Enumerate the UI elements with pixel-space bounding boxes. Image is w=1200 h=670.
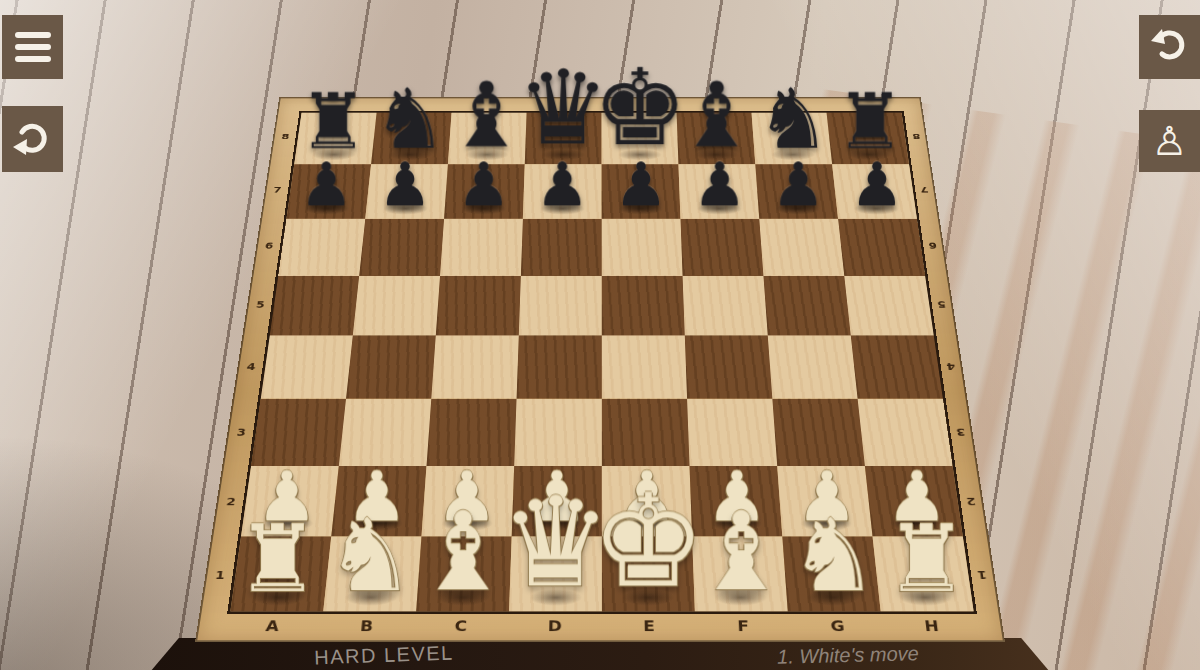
piece-black-bishop[interactable]: ♝: [676, 71, 756, 161]
file-label-d: D: [508, 618, 602, 635]
hamburger-menu-icon: [13, 29, 53, 65]
square-a4[interactable]: [261, 335, 353, 398]
square-c7[interactable]: ♟: [444, 164, 525, 218]
file-label-f: F: [696, 618, 791, 635]
piece-black-pawn[interactable]: ♟: [771, 154, 825, 214]
square-c6[interactable]: [440, 218, 523, 275]
piece-black-pawn[interactable]: ♟: [299, 154, 353, 214]
rank-label-right-3: 3: [948, 426, 974, 437]
undo-move-icon: [1148, 25, 1192, 69]
rank-label-left-5: 5: [248, 299, 272, 309]
square-b7[interactable]: ♟: [365, 164, 448, 218]
rank-label-right-1: 1: [968, 568, 995, 581]
square-a5[interactable]: [270, 275, 359, 335]
square-b5[interactable]: [353, 275, 440, 335]
rank-label-left-8: 8: [274, 132, 296, 141]
square-h5[interactable]: [844, 275, 934, 335]
chess-app-screen: ♜♞♝♛♚♝♞♜♟♟♟♟♟♟♟♟♟♟♟♟♟♟♟♟♜♞♝♛♚♝♞♜ 8765432…: [0, 0, 1200, 670]
piece-white-bishop[interactable]: ♝: [692, 497, 789, 605]
square-g6[interactable]: [759, 218, 844, 275]
square-g5[interactable]: [763, 275, 850, 335]
menu-button[interactable]: [2, 15, 63, 79]
piece-white-bishop[interactable]: ♝: [414, 497, 511, 605]
rank-label-left-7: 7: [266, 185, 289, 194]
square-h6[interactable]: [838, 218, 925, 275]
piece-white-knight[interactable]: ♞: [789, 505, 879, 606]
piece-black-pawn[interactable]: ♟: [693, 154, 747, 214]
player-profile-button[interactable]: ♙: [1139, 110, 1200, 172]
square-d7[interactable]: ♟: [523, 164, 602, 218]
piece-black-pawn[interactable]: ♟: [535, 154, 589, 214]
rotate-board-button[interactable]: [2, 106, 63, 172]
square-a6[interactable]: [278, 218, 365, 275]
piece-black-pawn[interactable]: ♟: [378, 154, 432, 214]
file-label-a: A: [224, 618, 320, 635]
piece-white-rook[interactable]: ♜: [885, 513, 968, 606]
square-g7[interactable]: ♟: [755, 164, 838, 218]
file-label-c: C: [413, 618, 508, 635]
square-d1[interactable]: ♛: [509, 536, 602, 611]
square-c5[interactable]: [436, 275, 521, 335]
rank-label-right-6: 6: [921, 240, 945, 250]
piece-black-knight[interactable]: ♞: [373, 77, 448, 160]
square-f5[interactable]: [683, 275, 768, 335]
undo-move-button[interactable]: [1139, 15, 1200, 79]
square-e5[interactable]: [602, 275, 685, 335]
square-f1[interactable]: ♝: [692, 536, 788, 611]
file-label-g: G: [790, 618, 886, 635]
piece-black-pawn[interactable]: ♟: [457, 154, 511, 214]
square-e7[interactable]: ♟: [602, 164, 681, 218]
board-frame: ♜♞♝♛♚♝♞♜♟♟♟♟♟♟♟♟♟♟♟♟♟♟♟♟♜♞♝♛♚♝♞♜ 8765432…: [195, 97, 1005, 642]
file-label-e: E: [602, 618, 696, 635]
square-d5[interactable]: [519, 275, 602, 335]
piece-black-knight[interactable]: ♞: [756, 77, 831, 160]
square-b6[interactable]: [359, 218, 444, 275]
square-b1[interactable]: ♞: [323, 536, 421, 611]
square-h7[interactable]: ♟: [832, 164, 917, 218]
piece-black-pawn[interactable]: ♟: [850, 154, 904, 214]
square-e1[interactable]: ♚: [602, 536, 695, 611]
square-e4[interactable]: [602, 335, 687, 398]
rank-label-left-1: 1: [206, 568, 233, 581]
rank-label-right-7: 7: [913, 185, 936, 194]
square-d4[interactable]: [517, 335, 602, 398]
square-c1[interactable]: ♝: [416, 536, 512, 611]
difficulty-label: HARD LEVEL: [314, 642, 454, 670]
square-g4[interactable]: [768, 335, 858, 398]
piece-white-rook[interactable]: ♜: [236, 513, 319, 606]
move-status-label: 1. White's move: [776, 642, 918, 669]
square-e6[interactable]: [602, 218, 683, 275]
piece-white-knight[interactable]: ♞: [325, 505, 415, 606]
rank-label-left-3: 3: [228, 426, 254, 437]
board-grid: ♜♞♝♛♚♝♞♜♟♟♟♟♟♟♟♟♟♟♟♟♟♟♟♟♜♞♝♛♚♝♞♜: [227, 111, 977, 614]
rank-label-left-6: 6: [257, 240, 280, 250]
piece-black-bishop[interactable]: ♝: [446, 71, 526, 161]
rank-label-right-8: 8: [905, 132, 927, 141]
square-h1[interactable]: ♜: [873, 536, 974, 611]
player-pawn-icon: ♙: [1152, 121, 1188, 161]
square-f6[interactable]: [680, 218, 763, 275]
piece-black-king[interactable]: ♚: [592, 54, 687, 160]
rank-label-left-4: 4: [239, 361, 264, 372]
rank-label-right-5: 5: [929, 299, 953, 309]
square-f4[interactable]: [685, 335, 773, 398]
rank-label-right-4: 4: [938, 361, 963, 372]
piece-black-pawn[interactable]: ♟: [614, 154, 668, 214]
file-label-b: B: [319, 618, 415, 635]
square-h4[interactable]: [851, 335, 943, 398]
square-g1[interactable]: ♞: [782, 536, 880, 611]
square-c4[interactable]: [431, 335, 518, 398]
square-d6[interactable]: [521, 218, 602, 275]
chess-board-3d: ♜♞♝♛♚♝♞♜♟♟♟♟♟♟♟♟♟♟♟♟♟♟♟♟♜♞♝♛♚♝♞♜ 8765432…: [195, 97, 1005, 642]
board-front-face: HARD LEVEL 1. White's move: [150, 638, 1050, 670]
square-b4[interactable]: [346, 335, 436, 398]
piece-white-king[interactable]: ♚: [591, 477, 706, 605]
square-f7[interactable]: ♟: [678, 164, 759, 218]
square-a7[interactable]: ♟: [287, 164, 372, 218]
square-a1[interactable]: ♜: [230, 536, 331, 611]
file-label-h: H: [884, 618, 980, 635]
rotate-board-icon: [11, 117, 55, 161]
